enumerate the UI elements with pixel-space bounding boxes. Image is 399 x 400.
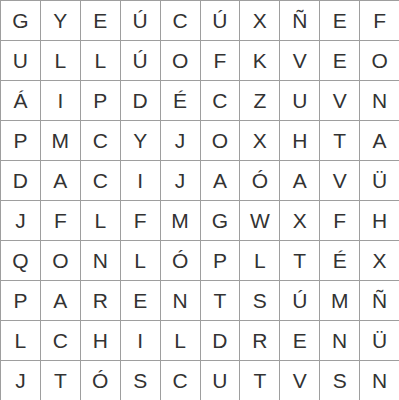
grid-cell[interactable]: P: [80, 80, 120, 120]
grid-cell[interactable]: Ü: [359, 160, 399, 200]
grid-cell[interactable]: N: [359, 360, 399, 400]
grid-cell[interactable]: T: [200, 280, 240, 320]
grid-cell[interactable]: E: [120, 280, 160, 320]
grid-cell[interactable]: C: [40, 320, 80, 360]
grid-cell[interactable]: A: [40, 160, 80, 200]
grid-cell[interactable]: L: [0, 320, 40, 360]
grid-cell[interactable]: I: [40, 80, 80, 120]
grid-cell[interactable]: D: [200, 320, 240, 360]
grid-cell[interactable]: V: [319, 160, 359, 200]
grid-cell[interactable]: A: [279, 160, 319, 200]
grid-cell[interactable]: F: [319, 200, 359, 240]
grid-cell[interactable]: Y: [40, 0, 80, 40]
grid-cell[interactable]: I: [120, 160, 160, 200]
grid-cell[interactable]: L: [40, 40, 80, 80]
grid-cell[interactable]: É: [160, 80, 200, 120]
grid-cell[interactable]: J: [160, 160, 200, 200]
grid-cell[interactable]: Ú: [120, 40, 160, 80]
grid-cell[interactable]: N: [319, 320, 359, 360]
grid-cell[interactable]: L: [160, 320, 200, 360]
grid-cell[interactable]: V: [279, 40, 319, 80]
grid-cell[interactable]: C: [160, 360, 200, 400]
grid-cell[interactable]: Z: [239, 80, 279, 120]
grid-cell[interactable]: R: [80, 280, 120, 320]
grid-cell[interactable]: H: [359, 200, 399, 240]
grid-cell[interactable]: C: [200, 80, 240, 120]
grid-cell[interactable]: P: [200, 240, 240, 280]
grid-cell[interactable]: Ó: [239, 160, 279, 200]
word-search-grid: GYEÚCÚXÑEFULLÚOFKVEOÁIPDÉCZUVNPMCYJOXHTA…: [0, 0, 399, 400]
grid-cell[interactable]: C: [80, 120, 120, 160]
grid-cell[interactable]: E: [319, 40, 359, 80]
grid-cell[interactable]: H: [279, 120, 319, 160]
grid-cell[interactable]: Ó: [160, 240, 200, 280]
grid-cell[interactable]: Ü: [359, 320, 399, 360]
grid-cell[interactable]: E: [319, 0, 359, 40]
grid-cell[interactable]: C: [160, 0, 200, 40]
grid-cell[interactable]: L: [120, 240, 160, 280]
grid-cell[interactable]: C: [80, 160, 120, 200]
grid-cell[interactable]: V: [319, 80, 359, 120]
grid-cell[interactable]: Ñ: [279, 0, 319, 40]
grid-cell[interactable]: O: [200, 120, 240, 160]
grid-cell[interactable]: Y: [120, 120, 160, 160]
grid-cell[interactable]: G: [200, 200, 240, 240]
grid-cell[interactable]: O: [359, 40, 399, 80]
grid-cell[interactable]: N: [359, 80, 399, 120]
grid-cell[interactable]: O: [40, 240, 80, 280]
grid-cell[interactable]: U: [279, 80, 319, 120]
grid-cell[interactable]: D: [120, 80, 160, 120]
grid-cell[interactable]: F: [200, 40, 240, 80]
grid-cell[interactable]: X: [359, 240, 399, 280]
grid-cell[interactable]: M: [40, 120, 80, 160]
grid-cell[interactable]: X: [239, 120, 279, 160]
grid-cell[interactable]: H: [80, 320, 120, 360]
grid-cell[interactable]: T: [319, 120, 359, 160]
grid-cell[interactable]: P: [0, 120, 40, 160]
grid-cell[interactable]: J: [0, 200, 40, 240]
grid-cell[interactable]: I: [120, 320, 160, 360]
grid-cell[interactable]: W: [239, 200, 279, 240]
grid-cell[interactable]: E: [279, 320, 319, 360]
grid-cell[interactable]: S: [319, 360, 359, 400]
grid-cell[interactable]: J: [160, 120, 200, 160]
grid-cell[interactable]: É: [319, 240, 359, 280]
grid-cell[interactable]: N: [80, 240, 120, 280]
grid-cell[interactable]: D: [0, 160, 40, 200]
grid-cell[interactable]: V: [279, 360, 319, 400]
grid-cell[interactable]: F: [40, 200, 80, 240]
grid-cell[interactable]: L: [80, 200, 120, 240]
grid-cell[interactable]: G: [0, 0, 40, 40]
grid-cell[interactable]: N: [160, 280, 200, 320]
grid-cell[interactable]: U: [0, 40, 40, 80]
grid-cell[interactable]: Ú: [200, 0, 240, 40]
grid-cell[interactable]: P: [0, 280, 40, 320]
grid-cell[interactable]: S: [120, 360, 160, 400]
grid-cell[interactable]: S: [239, 280, 279, 320]
grid-cell[interactable]: J: [0, 360, 40, 400]
grid-cell[interactable]: T: [239, 360, 279, 400]
grid-cell[interactable]: M: [160, 200, 200, 240]
grid-cell[interactable]: Ú: [279, 280, 319, 320]
grid-cell[interactable]: A: [200, 160, 240, 200]
grid-cell[interactable]: T: [279, 240, 319, 280]
grid-cell[interactable]: K: [239, 40, 279, 80]
grid-cell[interactable]: M: [319, 280, 359, 320]
grid-cell[interactable]: R: [239, 320, 279, 360]
grid-cell[interactable]: F: [359, 0, 399, 40]
grid-cell[interactable]: A: [40, 280, 80, 320]
grid-cell[interactable]: Ó: [80, 360, 120, 400]
grid-cell[interactable]: O: [160, 40, 200, 80]
grid-cell[interactable]: Ñ: [359, 280, 399, 320]
grid-cell[interactable]: L: [239, 240, 279, 280]
grid-cell[interactable]: F: [120, 200, 160, 240]
grid-cell[interactable]: Q: [0, 240, 40, 280]
grid-cell[interactable]: A: [359, 120, 399, 160]
grid-cell[interactable]: Á: [0, 80, 40, 120]
grid-cell[interactable]: X: [279, 200, 319, 240]
grid-cell[interactable]: E: [80, 0, 120, 40]
grid-cell[interactable]: U: [200, 360, 240, 400]
grid-cell[interactable]: X: [239, 0, 279, 40]
grid-cell[interactable]: Ú: [120, 0, 160, 40]
grid-cell[interactable]: T: [40, 360, 80, 400]
grid-cell[interactable]: L: [80, 40, 120, 80]
